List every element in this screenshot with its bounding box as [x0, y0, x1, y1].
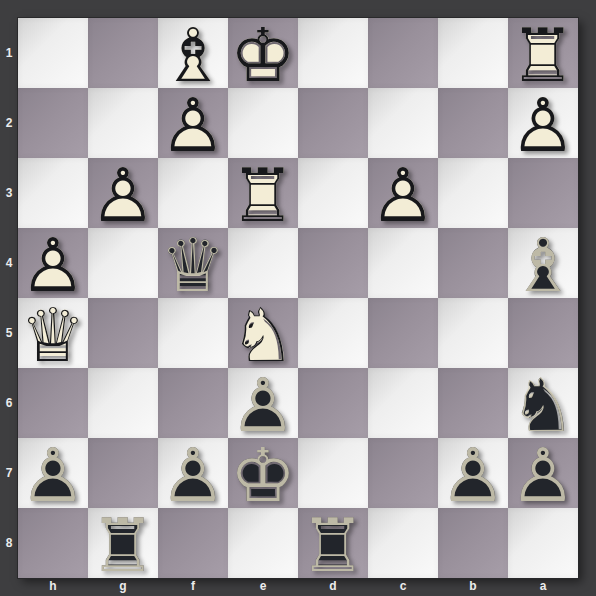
square-a3[interactable]: [508, 158, 578, 228]
square-d6[interactable]: [298, 368, 368, 438]
white-king-glyph: ♚: [228, 18, 298, 88]
rank-label-4: 4: [0, 228, 18, 298]
black-rook: ♜♖: [298, 508, 368, 578]
white-rook-outline: ♖: [228, 158, 298, 228]
white-knight-outline: ♘: [228, 298, 298, 368]
white-pawn-outline: ♙: [88, 158, 158, 228]
black-knight: ♞♘: [508, 368, 578, 438]
square-g8[interactable]: ♜♖: [88, 508, 158, 578]
square-a8[interactable]: [508, 508, 578, 578]
square-e8[interactable]: [228, 508, 298, 578]
square-h7[interactable]: ♟♙: [18, 438, 88, 508]
black-queen: ♛♕: [158, 228, 228, 298]
white-pawn-glyph: ♟: [18, 228, 88, 298]
black-pawn-glyph: ♟: [228, 368, 298, 438]
square-d3[interactable]: [298, 158, 368, 228]
black-queen-glyph: ♛: [158, 228, 228, 298]
square-a1[interactable]: ♜♖: [508, 18, 578, 88]
square-f8[interactable]: [158, 508, 228, 578]
white-pawn: ♟♙: [88, 158, 158, 228]
black-rook-outline: ♖: [88, 508, 158, 578]
black-pawn-outline: ♙: [508, 438, 578, 508]
rank-label-6: 6: [0, 368, 18, 438]
square-d5[interactable]: [298, 298, 368, 368]
square-d7[interactable]: [298, 438, 368, 508]
rank-label-8: 8: [0, 508, 18, 578]
square-d8[interactable]: ♜♖: [298, 508, 368, 578]
white-pawn-outline: ♙: [508, 88, 578, 158]
file-label-f: f: [158, 578, 228, 596]
white-knight-glyph: ♞: [228, 298, 298, 368]
white-king: ♚♔: [228, 18, 298, 88]
white-rook: ♜♖: [228, 158, 298, 228]
black-pawn: ♟♙: [18, 438, 88, 508]
square-g4[interactable]: [88, 228, 158, 298]
file-labels: hgfedcba: [18, 578, 578, 596]
square-f3[interactable]: [158, 158, 228, 228]
square-g7[interactable]: [88, 438, 158, 508]
white-pawn-glyph: ♟: [158, 88, 228, 158]
square-e5[interactable]: ♞♘: [228, 298, 298, 368]
black-knight-glyph: ♞: [508, 368, 578, 438]
square-g3[interactable]: ♟♙: [88, 158, 158, 228]
rank-labels: 12345678: [0, 18, 18, 578]
square-g1[interactable]: [88, 18, 158, 88]
square-h6[interactable]: [18, 368, 88, 438]
white-rook-glyph: ♜: [228, 158, 298, 228]
white-queen-outline: ♕: [18, 298, 88, 368]
black-pawn: ♟♙: [158, 438, 228, 508]
black-king-glyph: ♚: [228, 438, 298, 508]
square-b3[interactable]: [438, 158, 508, 228]
white-pawn-glyph: ♟: [88, 158, 158, 228]
square-f5[interactable]: [158, 298, 228, 368]
file-label-b: b: [438, 578, 508, 596]
square-b8[interactable]: [438, 508, 508, 578]
file-label-a: a: [508, 578, 578, 596]
square-a5[interactable]: [508, 298, 578, 368]
square-a4[interactable]: ♝♗: [508, 228, 578, 298]
rank-label-2: 2: [0, 88, 18, 158]
black-pawn: ♟♙: [228, 368, 298, 438]
white-rook-glyph: ♜: [508, 18, 578, 88]
black-king: ♚♔: [228, 438, 298, 508]
black-rook-glyph: ♜: [88, 508, 158, 578]
black-bishop-glyph: ♝: [508, 228, 578, 298]
white-pawn-glyph: ♟: [508, 88, 578, 158]
square-a7[interactable]: ♟♙: [508, 438, 578, 508]
white-pawn-outline: ♙: [18, 228, 88, 298]
file-label-h: h: [18, 578, 88, 596]
file-label-c: c: [368, 578, 438, 596]
white-pawn: ♟♙: [508, 88, 578, 158]
square-b4[interactable]: [438, 228, 508, 298]
square-e6[interactable]: ♟♙: [228, 368, 298, 438]
black-knight-outline: ♘: [508, 368, 578, 438]
white-pawn: ♟♙: [158, 88, 228, 158]
black-pawn-glyph: ♟: [508, 438, 578, 508]
black-bishop-outline: ♗: [508, 228, 578, 298]
square-b6[interactable]: [438, 368, 508, 438]
square-a6[interactable]: ♞♘: [508, 368, 578, 438]
square-f4[interactable]: ♛♕: [158, 228, 228, 298]
square-e3[interactable]: ♜♖: [228, 158, 298, 228]
square-c3[interactable]: ♟♙: [368, 158, 438, 228]
black-bishop: ♝♗: [508, 228, 578, 298]
file-label-g: g: [88, 578, 158, 596]
black-rook-outline: ♖: [298, 508, 368, 578]
black-pawn-outline: ♙: [18, 438, 88, 508]
square-c5[interactable]: [368, 298, 438, 368]
square-g6[interactable]: [88, 368, 158, 438]
black-rook: ♜♖: [88, 508, 158, 578]
white-pawn: ♟♙: [368, 158, 438, 228]
square-a2[interactable]: ♟♙: [508, 88, 578, 158]
square-e7[interactable]: ♚♔: [228, 438, 298, 508]
black-pawn-glyph: ♟: [158, 438, 228, 508]
square-h1[interactable]: [18, 18, 88, 88]
black-pawn-glyph: ♟: [18, 438, 88, 508]
white-king-outline: ♔: [228, 18, 298, 88]
square-h8[interactable]: [18, 508, 88, 578]
square-c8[interactable]: [368, 508, 438, 578]
square-h5[interactable]: ♛♕: [18, 298, 88, 368]
square-d2[interactable]: [298, 88, 368, 158]
square-c4[interactable]: [368, 228, 438, 298]
file-label-e: e: [228, 578, 298, 596]
square-b7[interactable]: ♟♙: [438, 438, 508, 508]
black-pawn-outline: ♙: [158, 438, 228, 508]
black-king-outline: ♔: [228, 438, 298, 508]
white-bishop-outline: ♗: [158, 18, 228, 88]
black-pawn-glyph: ♟: [438, 438, 508, 508]
white-pawn: ♟♙: [18, 228, 88, 298]
white-queen-glyph: ♛: [18, 298, 88, 368]
square-f2[interactable]: ♟♙: [158, 88, 228, 158]
square-d4[interactable]: [298, 228, 368, 298]
rank-label-3: 3: [0, 158, 18, 228]
file-label-d: d: [298, 578, 368, 596]
square-g5[interactable]: [88, 298, 158, 368]
square-e4[interactable]: [228, 228, 298, 298]
square-c7[interactable]: [368, 438, 438, 508]
square-h2[interactable]: [18, 88, 88, 158]
white-bishop: ♝♗: [158, 18, 228, 88]
white-pawn-outline: ♙: [158, 88, 228, 158]
square-c1[interactable]: [368, 18, 438, 88]
rank-label-1: 1: [0, 18, 18, 88]
square-b5[interactable]: [438, 298, 508, 368]
square-h4[interactable]: ♟♙: [18, 228, 88, 298]
square-b1[interactable]: [438, 18, 508, 88]
black-pawn: ♟♙: [438, 438, 508, 508]
chess-board: ♝♗♚♔♜♖♟♙♟♙♟♙♜♖♟♙♟♙♛♕♝♗♛♕♞♘♟♙♞♘♟♙♟♙♚♔♟♙♟♙…: [18, 18, 578, 578]
white-knight: ♞♘: [228, 298, 298, 368]
black-pawn-outline: ♙: [438, 438, 508, 508]
square-g2[interactable]: [88, 88, 158, 158]
square-f6[interactable]: [158, 368, 228, 438]
square-b2[interactable]: [438, 88, 508, 158]
white-pawn-glyph: ♟: [368, 158, 438, 228]
square-e2[interactable]: [228, 88, 298, 158]
rank-label-7: 7: [0, 438, 18, 508]
white-rook-outline: ♖: [508, 18, 578, 88]
square-c6[interactable]: [368, 368, 438, 438]
square-e1[interactable]: ♚♔: [228, 18, 298, 88]
black-rook-glyph: ♜: [298, 508, 368, 578]
square-f1[interactable]: ♝♗: [158, 18, 228, 88]
white-bishop-glyph: ♝: [158, 18, 228, 88]
white-pawn-outline: ♙: [368, 158, 438, 228]
chess-diagram: 12345678 ♝♗♚♔♜♖♟♙♟♙♟♙♜♖♟♙♟♙♛♕♝♗♛♕♞♘♟♙♞♘♟…: [0, 0, 596, 596]
white-queen: ♛♕: [18, 298, 88, 368]
square-f7[interactable]: ♟♙: [158, 438, 228, 508]
square-c2[interactable]: [368, 88, 438, 158]
white-rook: ♜♖: [508, 18, 578, 88]
square-h3[interactable]: [18, 158, 88, 228]
black-pawn-outline: ♙: [228, 368, 298, 438]
black-queen-outline: ♕: [158, 228, 228, 298]
square-d1[interactable]: [298, 18, 368, 88]
rank-label-5: 5: [0, 298, 18, 368]
black-pawn: ♟♙: [508, 438, 578, 508]
